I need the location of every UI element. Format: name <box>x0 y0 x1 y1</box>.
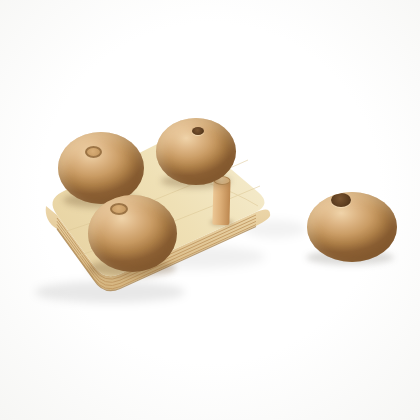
ball-back-left-peg-ring <box>85 146 102 158</box>
product-photo-stage <box>0 0 420 420</box>
ball-front-left-peg-ring <box>110 203 128 215</box>
ball-back-right-hole <box>192 127 204 135</box>
ball-off-board-hole <box>331 193 351 207</box>
ball-front-left[interactable] <box>88 195 177 272</box>
ball-back-right[interactable] <box>156 118 236 185</box>
ball-off-board[interactable] <box>307 192 397 262</box>
ball-back-left[interactable] <box>58 132 144 204</box>
